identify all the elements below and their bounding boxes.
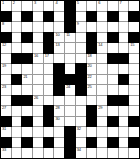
white-cell[interactable]: [97, 12, 107, 22]
black-cell: [65, 148, 75, 158]
white-cell[interactable]: [108, 85, 118, 95]
white-cell[interactable]: [44, 64, 54, 74]
white-cell[interactable]: [76, 96, 86, 106]
white-cell[interactable]: [12, 64, 22, 74]
black-cell: [129, 138, 139, 148]
clue-number: 28: [55, 105, 59, 110]
white-cell[interactable]: [97, 64, 107, 74]
white-cell[interactable]: [22, 1, 32, 11]
black-cell: [22, 12, 32, 22]
white-cell[interactable]: 19: [1, 64, 11, 74]
white-cell[interactable]: 5: [76, 1, 86, 11]
white-cell[interactable]: [44, 85, 54, 95]
black-cell: [87, 33, 97, 43]
white-cell[interactable]: [1, 96, 11, 106]
black-cell: [76, 64, 86, 74]
white-cell[interactable]: 8: [1, 22, 11, 32]
white-cell[interactable]: [12, 106, 22, 116]
white-cell[interactable]: [97, 138, 107, 148]
clue-number: 7: [120, 0, 122, 5]
black-cell: [12, 75, 22, 85]
white-cell[interactable]: [33, 117, 43, 127]
black-cell: [44, 12, 54, 22]
clue-number: 5: [77, 0, 79, 5]
white-cell[interactable]: 9: [76, 22, 86, 32]
white-cell[interactable]: [129, 106, 139, 116]
white-cell[interactable]: [119, 148, 129, 158]
white-cell[interactable]: [54, 138, 64, 148]
white-cell[interactable]: 34: [76, 148, 86, 158]
white-cell[interactable]: [76, 43, 86, 53]
white-cell[interactable]: [108, 106, 118, 116]
black-cell: [54, 85, 64, 95]
clue-number: 22: [88, 74, 92, 79]
clue-number: 1: [2, 0, 4, 5]
white-cell[interactable]: [33, 85, 43, 95]
clue-number: 21: [23, 74, 27, 79]
clue-number: 34: [77, 147, 81, 152]
white-cell[interactable]: [65, 54, 75, 64]
white-cell[interactable]: [119, 64, 129, 74]
white-cell[interactable]: [65, 117, 75, 127]
white-cell[interactable]: 32: [76, 127, 86, 137]
white-cell[interactable]: [129, 127, 139, 137]
white-cell[interactable]: 12: [1, 43, 11, 53]
white-cell[interactable]: [33, 75, 43, 85]
clue-number: 2: [13, 0, 15, 5]
clue-number: 16: [34, 53, 38, 58]
white-cell[interactable]: [119, 22, 129, 32]
white-cell[interactable]: [76, 54, 86, 64]
white-cell[interactable]: 27: [1, 106, 11, 116]
white-cell[interactable]: [33, 148, 43, 158]
crossword-grid: 1234567891011121314151617181920212223242…: [0, 0, 140, 159]
black-cell: [22, 117, 32, 127]
white-cell[interactable]: 21: [22, 75, 32, 85]
black-cell: [108, 117, 118, 127]
clue-number: 26: [34, 95, 38, 100]
black-cell: [65, 1, 75, 11]
white-cell[interactable]: [119, 43, 129, 53]
white-cell[interactable]: [44, 22, 54, 32]
white-cell[interactable]: [12, 43, 22, 53]
black-cell: [65, 12, 75, 22]
white-cell[interactable]: 2: [12, 1, 22, 11]
white-cell[interactable]: [12, 127, 22, 137]
white-cell[interactable]: [12, 12, 22, 22]
white-cell[interactable]: [129, 22, 139, 32]
clue-number: 11: [66, 32, 70, 37]
black-cell: [119, 96, 129, 106]
white-cell[interactable]: [108, 22, 118, 32]
clue-number: 15: [130, 42, 134, 47]
white-cell[interactable]: [54, 22, 64, 32]
black-cell: [22, 96, 32, 106]
white-cell[interactable]: [129, 85, 139, 95]
white-cell[interactable]: [76, 106, 86, 116]
clue-number: 20: [88, 63, 92, 68]
white-cell[interactable]: [44, 96, 54, 106]
white-cell[interactable]: 4: [54, 1, 64, 11]
black-cell: [65, 138, 75, 148]
white-cell[interactable]: [97, 85, 107, 95]
white-cell[interactable]: [97, 54, 107, 64]
white-cell[interactable]: [65, 43, 75, 53]
white-cell[interactable]: [54, 127, 64, 137]
white-cell[interactable]: [97, 127, 107, 137]
white-cell[interactable]: [129, 64, 139, 74]
white-cell[interactable]: [119, 106, 129, 116]
clue-number: 4: [55, 0, 57, 5]
black-cell: [108, 96, 118, 106]
black-cell: [108, 33, 118, 43]
white-cell[interactable]: [33, 64, 43, 74]
white-cell[interactable]: [44, 127, 54, 137]
black-cell: [108, 54, 118, 64]
white-cell[interactable]: 25: [87, 85, 97, 95]
white-cell[interactable]: 11: [65, 33, 75, 43]
clue-number: 6: [98, 0, 100, 5]
clue-number: 3: [34, 0, 36, 5]
white-cell[interactable]: 26: [33, 96, 43, 106]
clue-number: 31: [2, 126, 6, 131]
white-cell[interactable]: [33, 138, 43, 148]
white-cell[interactable]: [65, 106, 75, 116]
white-cell[interactable]: [119, 85, 129, 95]
white-cell[interactable]: 7: [119, 1, 129, 11]
black-cell: [22, 54, 32, 64]
white-cell[interactable]: [129, 54, 139, 64]
white-cell[interactable]: 6: [97, 1, 107, 11]
white-cell[interactable]: [12, 148, 22, 158]
white-cell[interactable]: [97, 96, 107, 106]
white-cell[interactable]: [22, 85, 32, 95]
white-cell[interactable]: 3: [33, 1, 43, 11]
white-cell[interactable]: [12, 85, 22, 95]
white-cell[interactable]: [119, 33, 129, 43]
clue-number: 29: [98, 105, 102, 110]
white-cell[interactable]: [87, 96, 97, 106]
white-cell[interactable]: 17: [44, 54, 54, 64]
clue-number: 8: [2, 21, 4, 26]
black-cell: [65, 127, 75, 137]
white-cell[interactable]: [22, 64, 32, 74]
white-cell[interactable]: 1: [1, 1, 11, 11]
black-cell: [108, 12, 118, 22]
white-cell[interactable]: [22, 148, 32, 158]
white-cell[interactable]: [129, 96, 139, 106]
white-cell[interactable]: [97, 117, 107, 127]
black-cell: [119, 54, 129, 64]
white-cell[interactable]: [54, 54, 64, 64]
white-cell[interactable]: 28: [54, 106, 64, 116]
white-cell[interactable]: [87, 127, 97, 137]
white-cell[interactable]: [54, 96, 64, 106]
clue-number: 9: [77, 21, 79, 26]
white-cell[interactable]: [1, 54, 11, 64]
clue-number: 27: [2, 105, 6, 110]
white-cell[interactable]: [76, 138, 86, 148]
clue-number: 24: [66, 84, 70, 89]
clue-number: 17: [45, 53, 49, 58]
white-cell[interactable]: [33, 33, 43, 43]
white-cell[interactable]: [1, 75, 11, 85]
black-cell: [54, 75, 64, 85]
white-cell[interactable]: [108, 1, 118, 11]
clue-number: 18: [88, 53, 92, 58]
white-cell[interactable]: [97, 22, 107, 32]
white-cell[interactable]: 33: [1, 148, 11, 158]
clue-number: 25: [88, 84, 92, 89]
white-cell[interactable]: [33, 22, 43, 32]
white-cell[interactable]: [97, 33, 107, 43]
black-cell: [44, 138, 54, 148]
white-cell[interactable]: [44, 75, 54, 85]
black-cell: [129, 12, 139, 22]
white-cell[interactable]: [119, 12, 129, 22]
black-cell: [1, 12, 11, 22]
white-cell[interactable]: [44, 1, 54, 11]
white-cell[interactable]: [65, 64, 75, 74]
white-cell[interactable]: [12, 117, 22, 127]
clue-number: 12: [2, 42, 6, 47]
white-cell[interactable]: [12, 22, 22, 32]
white-cell[interactable]: 23: [1, 85, 11, 95]
black-cell: [87, 117, 97, 127]
black-cell: [87, 43, 97, 53]
white-cell[interactable]: 30: [54, 117, 64, 127]
black-cell: [44, 106, 54, 116]
black-cell: [1, 33, 11, 43]
white-cell[interactable]: [119, 127, 129, 137]
white-cell[interactable]: 15: [129, 43, 139, 53]
white-cell[interactable]: 16: [33, 54, 43, 64]
black-cell: [87, 106, 97, 116]
white-cell[interactable]: [22, 106, 32, 116]
black-cell: [119, 75, 129, 85]
clue-number: 33: [2, 147, 6, 152]
white-cell[interactable]: [119, 117, 129, 127]
white-cell[interactable]: [12, 138, 22, 148]
black-cell: [108, 138, 118, 148]
black-cell: [76, 75, 86, 85]
white-cell[interactable]: [108, 127, 118, 137]
clue-number: 23: [2, 84, 6, 89]
white-cell[interactable]: [22, 43, 32, 53]
white-cell[interactable]: 13: [54, 43, 64, 53]
clue-number: 14: [98, 42, 102, 47]
white-cell[interactable]: [119, 138, 129, 148]
black-cell: [22, 138, 32, 148]
white-cell[interactable]: [129, 148, 139, 158]
black-cell: [1, 138, 11, 148]
white-cell[interactable]: 18: [87, 54, 97, 64]
white-cell[interactable]: 14: [97, 43, 107, 53]
black-cell: [65, 22, 75, 32]
white-cell[interactable]: [108, 75, 118, 85]
clue-number: 32: [77, 126, 81, 131]
white-cell[interactable]: [87, 22, 97, 32]
white-cell[interactable]: [87, 148, 97, 158]
white-cell[interactable]: [129, 75, 139, 85]
black-cell: [22, 33, 32, 43]
clue-number: 19: [2, 63, 6, 68]
white-cell[interactable]: [33, 106, 43, 116]
white-cell[interactable]: [97, 75, 107, 85]
black-cell: [129, 117, 139, 127]
white-cell[interactable]: [33, 43, 43, 53]
white-cell[interactable]: [108, 148, 118, 158]
white-cell[interactable]: [76, 117, 86, 127]
white-cell[interactable]: 22: [87, 75, 97, 85]
white-cell[interactable]: [65, 96, 75, 106]
white-cell[interactable]: [12, 33, 22, 43]
clue-number: 10: [55, 32, 59, 37]
black-cell: [1, 117, 11, 127]
white-cell[interactable]: 29: [97, 106, 107, 116]
white-cell[interactable]: [87, 1, 97, 11]
white-cell[interactable]: [44, 148, 54, 158]
black-cell: [12, 96, 22, 106]
black-cell: [65, 75, 75, 85]
black-cell: [87, 12, 97, 22]
white-cell[interactable]: [97, 148, 107, 158]
white-cell[interactable]: [108, 64, 118, 74]
white-cell[interactable]: [76, 12, 86, 22]
black-cell: [44, 43, 54, 53]
black-cell: [87, 138, 97, 148]
white-cell[interactable]: [129, 1, 139, 11]
white-cell[interactable]: [108, 43, 118, 53]
white-cell[interactable]: [76, 33, 86, 43]
black-cell: [12, 54, 22, 64]
clue-number: 13: [55, 42, 59, 47]
black-cell: [76, 85, 86, 95]
black-cell: [44, 33, 54, 43]
white-cell[interactable]: 20: [87, 64, 97, 74]
white-cell[interactable]: 10: [54, 33, 64, 43]
black-cell: [54, 64, 64, 74]
white-cell[interactable]: [54, 148, 64, 158]
white-cell[interactable]: [33, 12, 43, 22]
white-cell[interactable]: [54, 12, 64, 22]
white-cell[interactable]: 24: [65, 85, 75, 95]
black-cell: [44, 117, 54, 127]
white-cell[interactable]: 31: [1, 127, 11, 137]
black-cell: [129, 33, 139, 43]
clue-number: 30: [55, 116, 59, 121]
white-cell[interactable]: [22, 22, 32, 32]
white-cell[interactable]: [22, 127, 32, 137]
white-cell[interactable]: [33, 127, 43, 137]
